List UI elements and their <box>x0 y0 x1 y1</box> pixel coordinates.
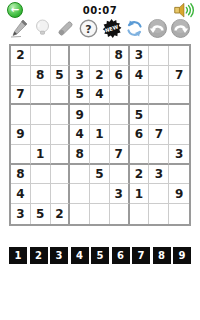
cell-r7c1[interactable]: 8 <box>11 165 31 185</box>
cell-r4c9[interactable] <box>169 105 189 125</box>
cell-r6c6[interactable]: 7 <box>110 145 130 165</box>
cell-r5c3[interactable] <box>51 125 71 145</box>
refresh-icon <box>124 18 145 39</box>
cell-r8c9[interactable]: 9 <box>169 184 189 204</box>
cell-r1c5[interactable] <box>90 46 110 66</box>
cell-r7c2[interactable] <box>31 165 51 185</box>
cell-r3c2[interactable] <box>31 86 51 106</box>
cell-r8c7[interactable]: 1 <box>130 184 150 204</box>
cell-r3c4[interactable]: 5 <box>70 86 90 106</box>
svg-text:?: ? <box>85 22 91 35</box>
help-button[interactable]: ? <box>78 18 99 39</box>
cell-r4c8[interactable] <box>149 105 169 125</box>
cell-r3c7[interactable] <box>130 86 150 106</box>
cell-r6c1[interactable] <box>11 145 31 165</box>
new-game-icon: NEW <box>101 18 122 39</box>
cell-r1c1[interactable]: 2 <box>11 46 31 66</box>
toolbar: ? NEW <box>0 17 200 39</box>
cell-r1c7[interactable]: 3 <box>130 46 150 66</box>
refresh-button[interactable] <box>124 18 145 39</box>
numpad-button-1[interactable]: 1 <box>9 247 27 264</box>
cell-r6c7[interactable] <box>130 145 150 165</box>
cell-r1c6[interactable]: 8 <box>110 46 130 66</box>
cell-r5c6[interactable] <box>110 125 130 145</box>
cell-r9c7[interactable] <box>130 204 150 224</box>
cell-r2c5[interactable]: 2 <box>90 66 110 86</box>
numpad-button-8[interactable]: 8 <box>153 247 171 264</box>
cell-r2c3[interactable]: 5 <box>51 66 71 86</box>
cell-r8c4[interactable] <box>70 184 90 204</box>
cell-r8c1[interactable]: 4 <box>11 184 31 204</box>
cell-r6c8[interactable] <box>149 145 169 165</box>
cell-r6c4[interactable]: 8 <box>70 145 90 165</box>
cell-r4c4[interactable]: 9 <box>70 105 90 125</box>
cell-r6c3[interactable] <box>51 145 71 165</box>
pencil-icon <box>9 18 30 39</box>
cell-r9c5[interactable] <box>90 204 110 224</box>
cell-r7c3[interactable] <box>51 165 71 185</box>
cell-r8c2[interactable] <box>31 184 51 204</box>
cell-r4c1[interactable] <box>11 105 31 125</box>
cell-r2c8[interactable] <box>149 66 169 86</box>
numpad-button-6[interactable]: 6 <box>112 247 130 264</box>
cell-r9c2[interactable]: 5 <box>31 204 51 224</box>
numpad-button-4[interactable]: 4 <box>71 247 89 264</box>
cell-r5c2[interactable] <box>31 125 51 145</box>
cell-r4c3[interactable] <box>51 105 71 125</box>
cell-r3c5[interactable]: 4 <box>90 86 110 106</box>
cell-r8c3[interactable] <box>51 184 71 204</box>
pencil-button[interactable] <box>9 18 30 39</box>
numpad-button-9[interactable]: 9 <box>173 247 191 264</box>
redo-button[interactable] <box>170 18 191 39</box>
redo-icon <box>170 18 191 39</box>
cell-r5c9[interactable] <box>169 125 189 145</box>
cell-r4c2[interactable] <box>31 105 51 125</box>
cell-r3c3[interactable] <box>51 86 71 106</box>
cell-r4c7[interactable]: 5 <box>130 105 150 125</box>
cell-r7c4[interactable] <box>70 165 90 185</box>
header: ← 00:07 <box>0 0 200 18</box>
cell-r1c2[interactable] <box>31 46 51 66</box>
cell-r2c7[interactable]: 4 <box>130 66 150 86</box>
numpad-button-3[interactable]: 3 <box>50 247 68 264</box>
cell-r9c4[interactable] <box>70 204 90 224</box>
cell-r5c1[interactable]: 9 <box>11 125 31 145</box>
cell-r5c7[interactable]: 6 <box>130 125 150 145</box>
numpad-button-7[interactable]: 7 <box>132 247 150 264</box>
cell-r9c3[interactable]: 2 <box>51 204 71 224</box>
cell-r9c8[interactable] <box>149 204 169 224</box>
sudoku-grid: 28385326477549594167187385234319352 <box>9 44 191 226</box>
cell-r7c6[interactable] <box>110 165 130 185</box>
cell-r3c6[interactable] <box>110 86 130 106</box>
numpad-button-5[interactable]: 5 <box>91 247 109 264</box>
new-game-button[interactable]: NEW <box>101 18 122 39</box>
hint-button[interactable] <box>32 18 53 39</box>
cell-r1c4[interactable] <box>70 46 90 66</box>
cell-r6c9[interactable]: 3 <box>169 145 189 165</box>
sound-button[interactable] <box>173 1 195 18</box>
cell-r6c5[interactable] <box>90 145 110 165</box>
numpad-button-2[interactable]: 2 <box>30 247 48 264</box>
cell-r6c2[interactable]: 1 <box>31 145 51 165</box>
cell-r9c1[interactable]: 3 <box>11 204 31 224</box>
cell-r5c8[interactable]: 7 <box>149 125 169 145</box>
eraser-button[interactable] <box>55 18 76 39</box>
cell-r7c8[interactable]: 3 <box>149 165 169 185</box>
cell-r3c8[interactable] <box>149 86 169 106</box>
cell-r3c9[interactable] <box>169 86 189 106</box>
cell-r1c3[interactable] <box>51 46 71 66</box>
cell-r2c9[interactable]: 7 <box>169 66 189 86</box>
cell-r7c5[interactable]: 5 <box>90 165 110 185</box>
cell-r2c4[interactable]: 3 <box>70 66 90 86</box>
cell-r5c5[interactable]: 1 <box>90 125 110 145</box>
cell-r9c6[interactable] <box>110 204 130 224</box>
cell-r7c7[interactable]: 2 <box>130 165 150 185</box>
eraser-icon <box>55 18 76 39</box>
cell-r8c6[interactable]: 3 <box>110 184 130 204</box>
cell-r8c5[interactable] <box>90 184 110 204</box>
cell-r2c2[interactable]: 8 <box>31 66 51 86</box>
cell-r1c9[interactable] <box>169 46 189 66</box>
cell-r4c6[interactable] <box>110 105 130 125</box>
cell-r1c8[interactable] <box>149 46 169 66</box>
cell-r8c8[interactable] <box>149 184 169 204</box>
help-icon: ? <box>78 18 99 39</box>
cell-r4c5[interactable] <box>90 105 110 125</box>
cell-r5c4[interactable]: 4 <box>70 125 90 145</box>
numpad: 123456789 <box>9 247 191 264</box>
cell-r2c6[interactable]: 6 <box>110 66 130 86</box>
cell-r7c9[interactable] <box>169 165 189 185</box>
bulb-icon <box>32 18 53 39</box>
cell-r2c1[interactable] <box>11 66 31 86</box>
undo-icon <box>147 18 168 39</box>
timer: 00:07 <box>0 5 200 16</box>
cell-r9c9[interactable] <box>169 204 189 224</box>
undo-button[interactable] <box>147 18 168 39</box>
cell-r3c1[interactable]: 7 <box>11 86 31 106</box>
sudoku-app: ← 00:07 <box>0 0 200 320</box>
